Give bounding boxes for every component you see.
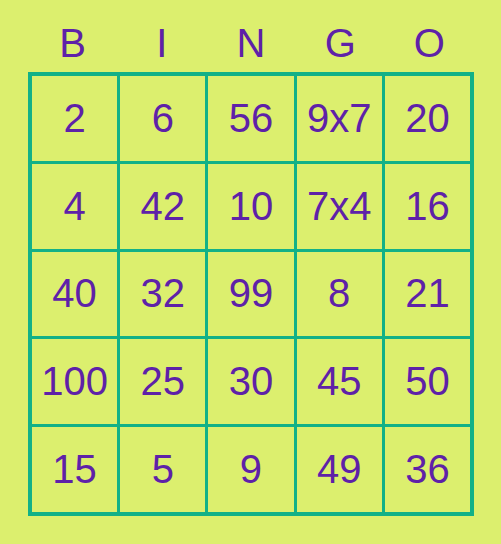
bingo-cell[interactable]: 30 bbox=[208, 339, 293, 424]
bingo-cell[interactable]: 36 bbox=[385, 427, 470, 512]
bingo-cell[interactable]: 15 bbox=[32, 427, 117, 512]
bingo-cell[interactable]: 32 bbox=[120, 252, 205, 337]
bingo-cell[interactable]: 40 bbox=[32, 252, 117, 337]
bingo-cell[interactable]: 45 bbox=[297, 339, 382, 424]
bingo-cell[interactable]: 56 bbox=[208, 76, 293, 161]
bingo-cell[interactable]: 21 bbox=[385, 252, 470, 337]
bingo-cell[interactable]: 7x4 bbox=[297, 164, 382, 249]
bingo-header: B I N G O bbox=[28, 18, 474, 68]
bingo-cell[interactable]: 99 bbox=[208, 252, 293, 337]
bingo-cell[interactable]: 20 bbox=[385, 76, 470, 161]
header-letter-b: B bbox=[28, 18, 117, 68]
bingo-cell[interactable]: 2 bbox=[32, 76, 117, 161]
bingo-cell[interactable]: 42 bbox=[120, 164, 205, 249]
bingo-cell[interactable]: 50 bbox=[385, 339, 470, 424]
header-letter-n: N bbox=[206, 18, 295, 68]
bingo-cell[interactable]: 4 bbox=[32, 164, 117, 249]
bingo-board: 26569x720442107x416403299821100253045501… bbox=[28, 72, 474, 516]
bingo-cell[interactable]: 49 bbox=[297, 427, 382, 512]
bingo-cell[interactable]: 5 bbox=[120, 427, 205, 512]
header-letter-i: I bbox=[117, 18, 206, 68]
bingo-cell[interactable]: 10 bbox=[208, 164, 293, 249]
bingo-cell[interactable]: 16 bbox=[385, 164, 470, 249]
bingo-cell[interactable]: 6 bbox=[120, 76, 205, 161]
header-letter-g: G bbox=[296, 18, 385, 68]
bingo-cell[interactable]: 100 bbox=[32, 339, 117, 424]
bingo-cell[interactable]: 25 bbox=[120, 339, 205, 424]
header-letter-o: O bbox=[385, 18, 474, 68]
bingo-cell[interactable]: 9 bbox=[208, 427, 293, 512]
bingo-card: B I N G O 26569x720442107x41640329982110… bbox=[0, 0, 501, 544]
bingo-cell[interactable]: 9x7 bbox=[297, 76, 382, 161]
bingo-cell[interactable]: 8 bbox=[297, 252, 382, 337]
